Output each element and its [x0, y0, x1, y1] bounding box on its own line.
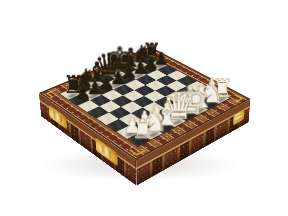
brass-corner-accent — [228, 94, 244, 102]
chess-box-lid: ♜♞♝♛♚♝♞♜♟♟♟♟♟♟♟♟♟♟♟♟♟♟♟♟♜♞♝♛♚♝♞♜ — [39, 46, 251, 160]
chess-box: ♜♞♝♛♚♝♞♜♟♟♟♟♟♟♟♟♟♟♟♟♟♟♟♟♜♞♝♛♚♝♞♜ — [39, 46, 251, 160]
chess-set-photo: ♜♞♝♛♚♝♞♜♟♟♟♟♟♟♟♟♟♟♟♟♟♟♟♟♜♞♝♛♚♝♞♜ — [0, 0, 288, 216]
brass-clasp — [233, 110, 245, 126]
